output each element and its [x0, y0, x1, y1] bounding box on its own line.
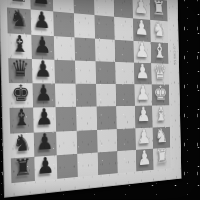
black-rook[interactable]: ♜	[13, 154, 32, 181]
black-queen[interactable]: ♛	[11, 55, 30, 81]
black-pawn[interactable]: ♟	[33, 32, 51, 58]
square-f6[interactable]	[55, 107, 77, 131]
square-h8[interactable]: ♜	[11, 157, 35, 184]
square-c4[interactable]	[95, 38, 115, 62]
black-bishop[interactable]: ♝	[10, 30, 29, 57]
square-e6[interactable]	[55, 83, 77, 107]
square-h2[interactable]: ♟	[135, 148, 153, 171]
square-h4[interactable]	[98, 151, 118, 175]
chess-board: ♜♟♟♜♞♟♟♞♝♟♟♝♛♟♟♛♚♟♟♚♝♟♟♝♞♟♟♞♜♟♟♜ ©CHESS	[0, 0, 182, 198]
square-d4[interactable]	[96, 61, 116, 84]
white-pawn[interactable]: ♟	[137, 125, 152, 148]
white-queen[interactable]: ♛	[153, 61, 167, 84]
white-rook[interactable]: ♜	[155, 145, 169, 168]
square-e4[interactable]	[96, 84, 116, 107]
square-d3[interactable]	[115, 62, 134, 85]
square-d5[interactable]	[75, 60, 96, 84]
square-g6[interactable]	[56, 130, 78, 155]
white-knight[interactable]: ♞	[154, 124, 168, 147]
square-b3[interactable]	[114, 17, 133, 41]
square-b4[interactable]	[94, 15, 114, 39]
square-c6[interactable]	[53, 36, 75, 61]
square-e3[interactable]	[115, 84, 134, 106]
photo-stage: ♜♟♟♜♞♟♟♞♝♟♟♝♛♟♟♛♚♟♟♚♝♟♟♝♞♟♟♞♜♟♟♜ ©CHESS	[0, 0, 200, 200]
black-pawn[interactable]: ♟	[36, 153, 54, 180]
square-g4[interactable]	[97, 129, 117, 153]
square-h6[interactable]	[56, 154, 78, 179]
white-pawn[interactable]: ♟	[137, 146, 152, 170]
board-grid: ♜♟♟♜♞♟♟♞♝♟♟♝♛♟♟♛♚♟♟♚♝♟♟♝♞♟♟♞♜♟♟♜	[6, 0, 170, 183]
square-f3[interactable]	[116, 106, 135, 129]
square-c5[interactable]	[75, 37, 96, 61]
square-h1[interactable]: ♜	[153, 147, 170, 169]
board-edge-marking: ©CHESS	[173, 46, 177, 66]
white-king[interactable]: ♚	[154, 82, 168, 104]
black-knight[interactable]: ♞	[13, 130, 32, 157]
square-d6[interactable]	[54, 60, 76, 84]
black-bishop[interactable]: ♝	[12, 105, 31, 131]
white-bishop[interactable]: ♝	[154, 103, 168, 126]
black-pawn[interactable]: ♟	[36, 129, 54, 155]
square-c3[interactable]	[114, 39, 133, 62]
black-pawn[interactable]: ♟	[35, 105, 53, 131]
square-h3[interactable]	[117, 150, 136, 174]
square-b5[interactable]	[74, 13, 95, 38]
square-h7[interactable]: ♟	[34, 155, 57, 181]
black-king[interactable]: ♚	[11, 80, 30, 106]
black-pawn[interactable]: ♟	[35, 81, 53, 107]
black-pawn[interactable]: ♟	[34, 56, 52, 82]
black-pawn[interactable]: ♟	[33, 7, 51, 34]
white-knight[interactable]: ♞	[152, 18, 166, 41]
square-g3[interactable]	[116, 128, 135, 151]
square-h5[interactable]	[77, 152, 98, 177]
square-a3[interactable]	[113, 0, 132, 19]
square-f4[interactable]	[97, 106, 117, 129]
black-knight[interactable]: ♞	[9, 5, 28, 33]
white-bishop[interactable]: ♝	[153, 39, 167, 62]
white-pawn[interactable]: ♟	[135, 38, 150, 61]
white-pawn[interactable]: ♟	[136, 82, 151, 105]
white-pawn[interactable]: ♟	[136, 104, 151, 127]
square-f5[interactable]	[76, 107, 97, 131]
white-pawn[interactable]: ♟	[134, 16, 149, 40]
square-e5[interactable]	[76, 84, 97, 107]
white-pawn[interactable]: ♟	[135, 60, 150, 83]
square-b6[interactable]	[53, 12, 75, 37]
square-a4[interactable]	[94, 0, 114, 17]
square-g5[interactable]	[77, 129, 98, 153]
